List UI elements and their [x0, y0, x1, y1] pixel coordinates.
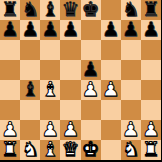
square-f8[interactable]	[101, 0, 121, 20]
white-king[interactable]: ♚	[82, 140, 100, 159]
black-king[interactable]: ♚	[82, 0, 100, 19]
square-h7[interactable]: ♟	[141, 20, 161, 40]
square-c8[interactable]: ♝	[40, 0, 60, 20]
square-a2[interactable]: ♟	[0, 120, 20, 140]
square-a6[interactable]	[0, 40, 20, 60]
square-d3[interactable]	[60, 100, 80, 120]
square-e6[interactable]	[81, 40, 101, 60]
white-pawn[interactable]: ♟	[61, 120, 79, 139]
square-f1[interactable]	[101, 140, 121, 160]
square-d2[interactable]: ♟	[60, 120, 80, 140]
black-rook[interactable]: ♜	[142, 0, 160, 19]
square-g2[interactable]: ♟	[121, 120, 141, 140]
square-f4[interactable]: ♟	[101, 80, 121, 100]
square-b4[interactable]: ♝	[20, 80, 40, 100]
black-pawn[interactable]: ♟	[1, 20, 19, 39]
chess-board-widget: ♜♞♝♛♚♞♜♟♟♟♟♟♟♟♟♝♝♟♟♟♟♟♟♟♜♞♝♛♚♞♜	[0, 0, 162, 162]
white-queen[interactable]: ♛	[61, 140, 79, 159]
square-a1[interactable]: ♜	[0, 140, 20, 160]
black-bishop[interactable]: ♝	[21, 80, 39, 99]
square-a5[interactable]	[0, 60, 20, 80]
square-d4[interactable]	[60, 80, 80, 100]
square-c7[interactable]: ♟	[40, 20, 60, 40]
square-b7[interactable]: ♟	[20, 20, 40, 40]
square-g6[interactable]	[121, 40, 141, 60]
square-e7[interactable]	[81, 20, 101, 40]
square-c3[interactable]	[40, 100, 60, 120]
square-d7[interactable]: ♟	[60, 20, 80, 40]
square-e2[interactable]	[81, 120, 101, 140]
square-g5[interactable]	[121, 60, 141, 80]
white-pawn[interactable]: ♟	[122, 120, 140, 139]
black-pawn[interactable]: ♟	[82, 60, 100, 79]
square-c6[interactable]	[40, 40, 60, 60]
square-f5[interactable]	[101, 60, 121, 80]
square-e4[interactable]: ♟	[81, 80, 101, 100]
black-pawn[interactable]: ♟	[122, 20, 140, 39]
square-h2[interactable]: ♟	[141, 120, 161, 140]
black-bishop[interactable]: ♝	[41, 0, 59, 19]
square-f3[interactable]	[101, 100, 121, 120]
white-bishop[interactable]: ♝	[41, 140, 59, 159]
white-rook[interactable]: ♜	[142, 140, 160, 159]
square-g7[interactable]: ♟	[121, 20, 141, 40]
square-h5[interactable]	[141, 60, 161, 80]
black-pawn[interactable]: ♟	[61, 20, 79, 39]
white-rook[interactable]: ♜	[1, 140, 19, 159]
square-c2[interactable]: ♟	[40, 120, 60, 140]
white-pawn[interactable]: ♟	[1, 120, 19, 139]
square-d8[interactable]: ♛	[60, 0, 80, 20]
board-border-bottom	[0, 160, 162, 162]
square-e1[interactable]: ♚	[81, 140, 101, 160]
square-a8[interactable]: ♜	[0, 0, 20, 20]
square-f2[interactable]	[101, 120, 121, 140]
square-g8[interactable]: ♞	[121, 0, 141, 20]
square-h4[interactable]	[141, 80, 161, 100]
square-d1[interactable]: ♛	[60, 140, 80, 160]
square-b3[interactable]	[20, 100, 40, 120]
square-e8[interactable]: ♚	[81, 0, 101, 20]
square-a4[interactable]	[0, 80, 20, 100]
white-pawn[interactable]: ♟	[41, 120, 59, 139]
square-d5[interactable]	[60, 60, 80, 80]
square-f7[interactable]: ♟	[101, 20, 121, 40]
square-h8[interactable]: ♜	[141, 0, 161, 20]
square-h1[interactable]: ♜	[141, 140, 161, 160]
square-b2[interactable]	[20, 120, 40, 140]
square-c5[interactable]	[40, 60, 60, 80]
black-knight[interactable]: ♞	[122, 0, 140, 19]
square-h3[interactable]	[141, 100, 161, 120]
square-c1[interactable]: ♝	[40, 140, 60, 160]
square-h6[interactable]	[141, 40, 161, 60]
white-bishop[interactable]: ♝	[41, 80, 59, 99]
square-b5[interactable]	[20, 60, 40, 80]
black-pawn[interactable]: ♟	[102, 20, 120, 39]
square-e5[interactable]: ♟	[81, 60, 101, 80]
square-f6[interactable]	[101, 40, 121, 60]
board-border-right	[161, 0, 162, 162]
square-g3[interactable]	[121, 100, 141, 120]
square-b1[interactable]: ♞	[20, 140, 40, 160]
black-pawn[interactable]: ♟	[142, 20, 160, 39]
black-knight[interactable]: ♞	[21, 0, 39, 19]
black-pawn[interactable]: ♟	[21, 20, 39, 39]
white-pawn[interactable]: ♟	[142, 120, 160, 139]
white-knight[interactable]: ♞	[122, 140, 140, 159]
square-a3[interactable]	[0, 100, 20, 120]
square-g4[interactable]	[121, 80, 141, 100]
chess-board: ♜♞♝♛♚♞♜♟♟♟♟♟♟♟♟♝♝♟♟♟♟♟♟♟♜♞♝♛♚♞♜	[0, 0, 161, 160]
square-c4[interactable]: ♝	[40, 80, 60, 100]
white-pawn[interactable]: ♟	[82, 80, 100, 99]
square-b6[interactable]	[20, 40, 40, 60]
square-b8[interactable]: ♞	[20, 0, 40, 20]
square-a7[interactable]: ♟	[0, 20, 20, 40]
square-e3[interactable]	[81, 100, 101, 120]
black-rook[interactable]: ♜	[1, 0, 19, 19]
white-pawn[interactable]: ♟	[102, 80, 120, 99]
square-d6[interactable]	[60, 40, 80, 60]
white-knight[interactable]: ♞	[21, 140, 39, 159]
square-g1[interactable]: ♞	[121, 140, 141, 160]
black-pawn[interactable]: ♟	[41, 20, 59, 39]
black-queen[interactable]: ♛	[61, 0, 79, 19]
